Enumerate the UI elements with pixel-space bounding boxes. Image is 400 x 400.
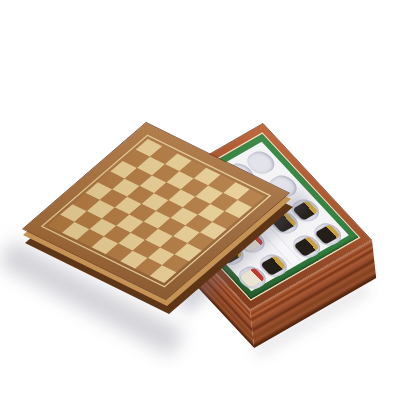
stored-piece-black	[314, 224, 340, 245]
stored-piece-black	[260, 255, 286, 276]
chess-set-product-photo	[0, 0, 400, 400]
stored-piece-black	[293, 236, 319, 257]
stored-piece-white	[239, 267, 265, 288]
